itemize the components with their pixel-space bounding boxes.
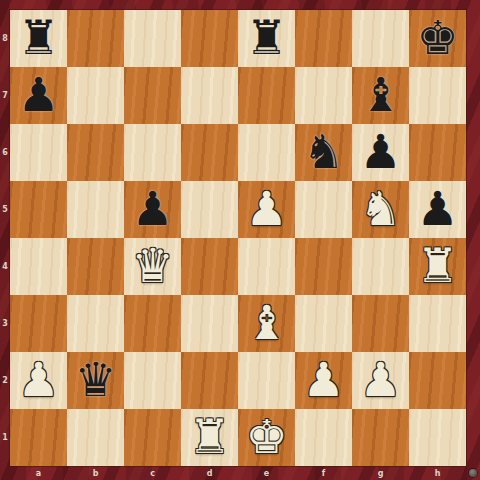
square-c8[interactable] — [124, 10, 181, 67]
piece-black-pawn[interactable]: ♟ — [352, 124, 409, 181]
square-e3[interactable]: ♝ — [238, 295, 295, 352]
piece-black-pawn[interactable]: ♟ — [409, 181, 466, 238]
square-f6[interactable]: ♞ — [295, 124, 352, 181]
square-g1[interactable] — [352, 409, 409, 466]
piece-white-pawn[interactable]: ♟ — [10, 352, 67, 409]
square-b4[interactable] — [67, 238, 124, 295]
rank-label-5: 5 — [0, 181, 10, 238]
square-c6[interactable] — [124, 124, 181, 181]
square-b8[interactable] — [67, 10, 124, 67]
square-d7[interactable] — [181, 67, 238, 124]
file-label-c: c — [124, 466, 181, 480]
square-g8[interactable] — [352, 10, 409, 67]
piece-white-rook[interactable]: ♜ — [409, 238, 466, 295]
rank-label-3: 3 — [0, 295, 10, 352]
square-g7[interactable]: ♝ — [352, 67, 409, 124]
square-d8[interactable] — [181, 10, 238, 67]
square-f3[interactable] — [295, 295, 352, 352]
square-b1[interactable] — [67, 409, 124, 466]
square-e8[interactable]: ♜ — [238, 10, 295, 67]
square-f4[interactable] — [295, 238, 352, 295]
square-a8[interactable]: ♜ — [10, 10, 67, 67]
square-a6[interactable] — [10, 124, 67, 181]
square-e1[interactable]: ♚ — [238, 409, 295, 466]
chess-board: ♜♜♚♟♝♞♟♟♟♞♟♛♜♝♟♛♟♟♜♚ — [10, 10, 466, 466]
square-b2[interactable]: ♛ — [67, 352, 124, 409]
square-g3[interactable] — [352, 295, 409, 352]
square-h2[interactable] — [409, 352, 466, 409]
square-h7[interactable] — [409, 67, 466, 124]
square-h5[interactable]: ♟ — [409, 181, 466, 238]
square-c2[interactable] — [124, 352, 181, 409]
square-g5[interactable]: ♞ — [352, 181, 409, 238]
square-f1[interactable] — [295, 409, 352, 466]
square-c7[interactable] — [124, 67, 181, 124]
square-c4[interactable]: ♛ — [124, 238, 181, 295]
square-d6[interactable] — [181, 124, 238, 181]
rank-label-4: 4 — [0, 238, 10, 295]
square-h4[interactable]: ♜ — [409, 238, 466, 295]
square-h6[interactable] — [409, 124, 466, 181]
square-a2[interactable]: ♟ — [10, 352, 67, 409]
square-a1[interactable] — [10, 409, 67, 466]
square-c3[interactable] — [124, 295, 181, 352]
square-c1[interactable] — [124, 409, 181, 466]
square-e2[interactable] — [238, 352, 295, 409]
square-d5[interactable] — [181, 181, 238, 238]
piece-white-knight[interactable]: ♞ — [352, 181, 409, 238]
piece-black-rook[interactable]: ♜ — [10, 10, 67, 67]
corner-dot-icon — [469, 469, 477, 477]
piece-white-bishop[interactable]: ♝ — [238, 295, 295, 352]
rank-label-6: 6 — [0, 124, 10, 181]
square-e7[interactable] — [238, 67, 295, 124]
piece-white-pawn[interactable]: ♟ — [238, 181, 295, 238]
square-d2[interactable] — [181, 352, 238, 409]
file-label-g: g — [352, 466, 409, 480]
square-b7[interactable] — [67, 67, 124, 124]
piece-black-rook[interactable]: ♜ — [238, 10, 295, 67]
square-a4[interactable] — [10, 238, 67, 295]
piece-black-pawn[interactable]: ♟ — [124, 181, 181, 238]
square-g2[interactable]: ♟ — [352, 352, 409, 409]
square-a5[interactable] — [10, 181, 67, 238]
square-h1[interactable] — [409, 409, 466, 466]
square-e6[interactable] — [238, 124, 295, 181]
piece-white-queen[interactable]: ♛ — [124, 238, 181, 295]
square-f7[interactable] — [295, 67, 352, 124]
piece-black-bishop[interactable]: ♝ — [352, 67, 409, 124]
square-b5[interactable] — [67, 181, 124, 238]
file-label-b: b — [67, 466, 124, 480]
square-a3[interactable] — [10, 295, 67, 352]
square-d1[interactable]: ♜ — [181, 409, 238, 466]
square-h8[interactable]: ♚ — [409, 10, 466, 67]
rank-labels: 87654321 — [0, 10, 10, 466]
piece-white-pawn[interactable]: ♟ — [352, 352, 409, 409]
chess-board-frame: 87654321 ♜♜♚♟♝♞♟♟♟♞♟♛♜♝♟♛♟♟♜♚ abcdefgh — [0, 0, 480, 480]
piece-white-rook[interactable]: ♜ — [181, 409, 238, 466]
rank-label-2: 2 — [0, 352, 10, 409]
square-b6[interactable] — [67, 124, 124, 181]
square-e4[interactable] — [238, 238, 295, 295]
square-d3[interactable] — [181, 295, 238, 352]
square-f5[interactable] — [295, 181, 352, 238]
square-d4[interactable] — [181, 238, 238, 295]
piece-white-king[interactable]: ♚ — [238, 409, 295, 466]
square-g6[interactable]: ♟ — [352, 124, 409, 181]
square-f2[interactable]: ♟ — [295, 352, 352, 409]
piece-black-queen[interactable]: ♛ — [67, 352, 124, 409]
piece-white-pawn[interactable]: ♟ — [295, 352, 352, 409]
piece-black-knight[interactable]: ♞ — [295, 124, 352, 181]
file-label-d: d — [181, 466, 238, 480]
square-a7[interactable]: ♟ — [10, 67, 67, 124]
square-h3[interactable] — [409, 295, 466, 352]
square-g4[interactable] — [352, 238, 409, 295]
file-label-h: h — [409, 466, 466, 480]
piece-black-pawn[interactable]: ♟ — [10, 67, 67, 124]
rank-label-1: 1 — [0, 409, 10, 466]
file-label-f: f — [295, 466, 352, 480]
square-f8[interactable] — [295, 10, 352, 67]
file-label-e: e — [238, 466, 295, 480]
square-b3[interactable] — [67, 295, 124, 352]
file-labels: abcdefgh — [10, 466, 466, 480]
rank-label-7: 7 — [0, 67, 10, 124]
square-c5[interactable]: ♟ — [124, 181, 181, 238]
file-label-a: a — [10, 466, 67, 480]
piece-black-king[interactable]: ♚ — [409, 10, 466, 67]
rank-label-8: 8 — [0, 10, 10, 67]
square-e5[interactable]: ♟ — [238, 181, 295, 238]
